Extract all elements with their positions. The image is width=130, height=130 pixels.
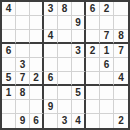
cell-r6c2[interactable]: 7 — [16, 72, 30, 86]
cell-r4c8[interactable]: 1 — [100, 44, 114, 58]
cell-r7c1[interactable]: 1 — [2, 86, 16, 100]
cell-r1c7[interactable]: 6 — [86, 2, 100, 16]
cell-r2c9[interactable] — [114, 16, 128, 30]
cell-r5c2[interactable]: 3 — [16, 58, 30, 72]
cell-r4c6[interactable]: 3 — [72, 44, 86, 58]
cell-r5c6[interactable] — [72, 58, 86, 72]
cell-r3c1[interactable] — [2, 30, 16, 44]
cell-r2c3[interactable] — [30, 16, 44, 30]
cell-r9c3[interactable]: 6 — [30, 114, 44, 128]
cell-r5c1[interactable] — [2, 58, 16, 72]
cell-r2c2[interactable] — [16, 16, 30, 30]
cell-r7c7[interactable] — [86, 86, 100, 100]
cell-r4c4[interactable] — [44, 44, 58, 58]
cell-r5c7[interactable] — [86, 58, 100, 72]
cell-r8c5[interactable] — [58, 100, 72, 114]
cell-r1c1[interactable]: 4 — [2, 2, 16, 16]
cell-r2c6[interactable]: 9 — [72, 16, 86, 30]
cell-r8c1[interactable] — [2, 100, 16, 114]
cell-r9c5[interactable]: 3 — [58, 114, 72, 128]
cell-r3c9[interactable]: 8 — [114, 30, 128, 44]
sudoku-board: 438629478632173657264185996342 — [0, 0, 130, 130]
cell-r5c8[interactable]: 6 — [100, 58, 114, 72]
cell-r6c1[interactable]: 5 — [2, 72, 16, 86]
cell-r6c3[interactable]: 2 — [30, 72, 44, 86]
cell-r4c5[interactable] — [58, 44, 72, 58]
cell-r6c8[interactable] — [100, 72, 114, 86]
cell-r5c4[interactable] — [44, 58, 58, 72]
cell-r7c9[interactable] — [114, 86, 128, 100]
cell-r6c7[interactable] — [86, 72, 100, 86]
cell-r8c3[interactable] — [30, 100, 44, 114]
cell-r1c2[interactable] — [16, 2, 30, 16]
cell-r3c5[interactable] — [58, 30, 72, 44]
cell-r8c6[interactable] — [72, 100, 86, 114]
cell-r3c8[interactable]: 7 — [100, 30, 114, 44]
cell-r9c4[interactable] — [44, 114, 58, 128]
cell-r6c9[interactable]: 4 — [114, 72, 128, 86]
cell-r8c7[interactable] — [86, 100, 100, 114]
cell-r8c8[interactable] — [100, 100, 114, 114]
cell-r5c3[interactable] — [30, 58, 44, 72]
cell-r9c9[interactable]: 2 — [114, 114, 128, 128]
cell-r7c6[interactable]: 5 — [72, 86, 86, 100]
cell-r7c4[interactable] — [44, 86, 58, 100]
cell-r3c6[interactable] — [72, 30, 86, 44]
cell-r6c6[interactable] — [72, 72, 86, 86]
cell-r3c7[interactable] — [86, 30, 100, 44]
cell-r6c4[interactable]: 6 — [44, 72, 58, 86]
cell-r1c5[interactable]: 8 — [58, 2, 72, 16]
cell-r2c5[interactable] — [58, 16, 72, 30]
cell-r8c4[interactable]: 9 — [44, 100, 58, 114]
cell-r9c7[interactable] — [86, 114, 100, 128]
cell-r1c4[interactable]: 3 — [44, 2, 58, 16]
cell-r4c2[interactable] — [16, 44, 30, 58]
cell-r7c5[interactable] — [58, 86, 72, 100]
cell-r5c9[interactable] — [114, 58, 128, 72]
sudoku-puzzle: 438629478632173657264185996342 — [0, 0, 130, 130]
cell-r7c8[interactable] — [100, 86, 114, 100]
cell-r9c1[interactable] — [2, 114, 16, 128]
cell-r9c8[interactable] — [100, 114, 114, 128]
cell-r1c9[interactable] — [114, 2, 128, 16]
cell-r2c8[interactable] — [100, 16, 114, 30]
cell-r2c1[interactable] — [2, 16, 16, 30]
cell-r7c3[interactable] — [30, 86, 44, 100]
cell-r3c4[interactable]: 4 — [44, 30, 58, 44]
cell-r2c4[interactable] — [44, 16, 58, 30]
cell-r3c3[interactable] — [30, 30, 44, 44]
cell-r4c7[interactable]: 2 — [86, 44, 100, 58]
cell-r5c5[interactable] — [58, 58, 72, 72]
cell-r8c9[interactable] — [114, 100, 128, 114]
cell-r3c2[interactable] — [16, 30, 30, 44]
cell-r1c8[interactable]: 2 — [100, 2, 114, 16]
cell-r9c2[interactable]: 9 — [16, 114, 30, 128]
cell-r1c6[interactable] — [72, 2, 86, 16]
cell-r2c7[interactable] — [86, 16, 100, 30]
cell-r4c9[interactable]: 7 — [114, 44, 128, 58]
cell-r4c1[interactable]: 6 — [2, 44, 16, 58]
cell-r9c6[interactable]: 4 — [72, 114, 86, 128]
cell-r8c2[interactable] — [16, 100, 30, 114]
cell-r6c5[interactable] — [58, 72, 72, 86]
cell-r4c3[interactable] — [30, 44, 44, 58]
cell-r1c3[interactable] — [30, 2, 44, 16]
cell-r7c2[interactable]: 8 — [16, 86, 30, 100]
